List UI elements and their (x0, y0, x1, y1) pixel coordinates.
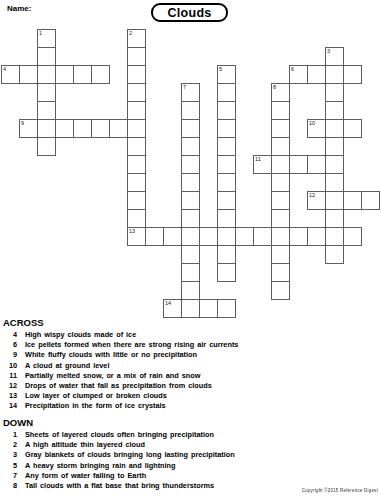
across-header: ACROSS (3, 316, 379, 329)
grid-cell-r11c17 (307, 227, 326, 246)
clue-text: Low layer of clumped or broken clouds (25, 391, 167, 401)
grid-cell-r3c12 (217, 83, 236, 102)
clue-across-6: 6Ice pellets formed when there are stron… (3, 340, 379, 350)
clue-number: 4 (3, 330, 25, 340)
clue-list-down: 1Sheets of layered clouds often bringing… (3, 430, 379, 491)
clue-text: A heavy storm bringing rain and lightnin… (25, 461, 175, 471)
grid-cell-r7c10 (181, 155, 200, 174)
grid-cell-r7c16 (289, 155, 308, 174)
grid-cell-r7c7 (127, 155, 146, 174)
grid-cell-r11c14 (253, 227, 272, 246)
cell-number: 6 (291, 66, 294, 73)
clue-text: Partially melted snow, or a mix of rain … (25, 371, 200, 381)
cell-number: 13 (129, 228, 135, 235)
grid-cell-r13c12 (217, 263, 236, 282)
clue-number: 14 (3, 401, 25, 411)
cell-number: 12 (309, 192, 315, 199)
grid-cell-r9c7 (127, 191, 146, 210)
grid-cell-r11c19 (343, 227, 362, 246)
clue-number: 12 (3, 381, 25, 391)
cell-number: 4 (3, 66, 6, 73)
grid-cell-r5c18 (325, 119, 344, 138)
clue-down-3: 3Gray blankets of clouds bringing long l… (3, 450, 379, 460)
grid-cell-r5c1: 9 (19, 119, 38, 138)
clue-text: Any form of water falling to Earth (25, 471, 146, 481)
grid-cell-r7c18 (325, 155, 344, 174)
grid-cell-r5c6 (109, 119, 128, 138)
clue-across-10: 10A cloud at ground level (3, 361, 379, 371)
clue-number: 1 (3, 430, 25, 440)
cell-number: 7 (183, 84, 186, 91)
cell-number: 5 (219, 66, 222, 73)
clue-across-12: 12Drops of water that fall as precipitat… (3, 381, 379, 391)
grid-cell-r5c10 (181, 119, 200, 138)
clue-text: High wispy clouds made of ice (25, 330, 136, 340)
grid-cell-r0c7: 2 (127, 29, 146, 48)
grid-cell-r11c8 (145, 227, 164, 246)
clue-number: 8 (3, 481, 25, 491)
clue-number: 5 (3, 461, 25, 471)
clue-text: Sheets of layered clouds often bringing … (25, 430, 214, 440)
copyright-text: Copyright ©2015 Reference Digest (302, 488, 378, 493)
clue-across-9: 9White fluffy clouds with little or no p… (3, 350, 379, 360)
grid-cell-r13c10 (181, 263, 200, 282)
grid-cell-r10c12 (217, 209, 236, 228)
grid-cell-r11c10 (181, 227, 200, 246)
clue-number: 10 (3, 361, 25, 371)
down-header: DOWN (3, 416, 379, 429)
grid-cell-r3c10: 7 (181, 83, 200, 102)
grid-cell-r11c15 (271, 227, 290, 246)
grid-cell-r2c17 (307, 65, 326, 84)
clue-across-14: 14Precipitation in the form of ice cryst… (3, 401, 379, 411)
clue-number: 3 (3, 450, 25, 460)
grid-cell-r4c15 (271, 101, 290, 120)
grid-cell-r6c2 (37, 137, 56, 156)
grid-cell-r9c19 (343, 191, 362, 210)
grid-cell-r4c10 (181, 101, 200, 120)
grid-cell-r11c16 (289, 227, 308, 246)
grid-cell-r8c18 (325, 173, 344, 192)
grid-cell-r4c2 (37, 101, 56, 120)
cell-number: 14 (165, 300, 171, 307)
grid-cell-r6c10 (181, 137, 200, 156)
grid-cell-r5c3 (55, 119, 74, 138)
grid-cell-r14c10 (181, 281, 200, 300)
grid-cell-r3c18 (325, 83, 344, 102)
grid-cell-r6c18 (325, 137, 344, 156)
grid-cell-r9c20 (361, 191, 380, 210)
grid-cell-r12c12 (217, 245, 236, 264)
grid-cell-r1c18: 3 (325, 47, 344, 66)
clue-number: 9 (3, 350, 25, 360)
grid-cell-r2c19 (343, 65, 362, 84)
grid-cell-r12c15 (271, 245, 290, 264)
grid-cell-r14c15 (271, 281, 290, 300)
down-section: DOWN 1Sheets of layered clouds often bri… (3, 416, 379, 491)
grid-cell-r9c15 (271, 191, 290, 210)
grid-cell-r5c4 (73, 119, 92, 138)
grid-cell-r2c3 (55, 65, 74, 84)
cell-number: 8 (273, 84, 276, 91)
name-label: Name: (7, 4, 31, 13)
grid-cell-r7c12 (217, 155, 236, 174)
clue-down-7: 7Any form of water falling to Earth (3, 471, 379, 481)
grid-cell-r13c15 (271, 263, 290, 282)
grid-cell-r11c18 (325, 227, 344, 246)
grid-cell-r2c2 (37, 65, 56, 84)
grid-cell-r10c15 (271, 209, 290, 228)
grid-cell-r3c7 (127, 83, 146, 102)
grid-cell-r5c2 (37, 119, 56, 138)
grid-cell-r5c5 (91, 119, 110, 138)
clue-text: Drops of water that fall as precipitatio… (25, 381, 212, 391)
grid-cell-r11c11 (199, 227, 218, 246)
title-box: Clouds (151, 3, 228, 22)
grid-cell-r12c18 (325, 245, 344, 264)
clue-text: A high altitude thin layered cloud (25, 440, 145, 450)
grid-cell-r2c1 (19, 65, 38, 84)
grid-cell-r2c12: 5 (217, 65, 236, 84)
grid-cell-r6c12 (217, 137, 236, 156)
grid-cell-r4c7 (127, 101, 146, 120)
grid-cell-r7c14: 11 (253, 155, 272, 174)
grid-cell-r4c12 (217, 101, 236, 120)
grid-cell-r6c15 (271, 137, 290, 156)
grid-cell-r9c10 (181, 191, 200, 210)
clue-text: White fluffy clouds with little or no pr… (25, 350, 197, 360)
clue-across-13: 13Low layer of clumped or broken clouds (3, 391, 379, 401)
grid-cell-r11c12 (217, 227, 236, 246)
grid-cell-r3c2 (37, 83, 56, 102)
grid-cell-r2c7 (127, 65, 146, 84)
grid-cell-r8c10 (181, 173, 200, 192)
grid-cell-r2c18 (325, 65, 344, 84)
cell-number: 2 (129, 30, 132, 37)
clue-across-11: 11Partially melted snow, or a mix of rai… (3, 371, 379, 381)
clue-text: A cloud at ground level (25, 361, 109, 371)
grid-cell-r11c7: 13 (127, 227, 146, 246)
grid-cell-r5c19 (343, 119, 362, 138)
clue-list-across: 4High wispy clouds made of ice6Ice pelle… (3, 330, 379, 412)
clue-down-5: 5A heavy storm bringing rain and lightni… (3, 461, 379, 471)
grid-cell-r10c10 (181, 209, 200, 228)
cell-number: 1 (39, 30, 42, 37)
grid-cell-r4c18 (325, 101, 344, 120)
clue-number: 7 (3, 471, 25, 481)
grid-cell-r1c7 (127, 47, 146, 66)
across-section: ACROSS 4High wispy clouds made of ice6Ic… (3, 316, 379, 412)
clue-number: 6 (3, 340, 25, 350)
grid-cell-r2c16: 6 (289, 65, 308, 84)
clue-text: Precipitation in the form of ice crystal… (25, 401, 166, 411)
cell-number: 3 (327, 48, 330, 55)
grid-cell-r10c18 (325, 209, 344, 228)
clue-text: Tall clouds with a flat base that bring … (25, 481, 214, 491)
grid-cell-r1c2 (37, 47, 56, 66)
grid-cell-r10c7 (127, 209, 146, 228)
grid-cell-r0c2: 1 (37, 29, 56, 48)
clue-across-4: 4High wispy clouds made of ice (3, 330, 379, 340)
grid-cell-r7c17 (307, 155, 326, 174)
page-title: Clouds (167, 6, 211, 20)
clue-text: Gray blankets of clouds bringing long la… (25, 450, 235, 460)
grid-cell-r5c7 (127, 119, 146, 138)
clue-number: 13 (3, 391, 25, 401)
grid-cell-r2c5 (91, 65, 110, 84)
clue-down-1: 1Sheets of layered clouds often bringing… (3, 430, 379, 440)
grid-cell-r6c7 (127, 137, 146, 156)
clue-number: 2 (3, 440, 25, 450)
grid-cell-r5c15 (271, 119, 290, 138)
grid-cell-r11c9 (163, 227, 182, 246)
grid-cell-r12c10 (181, 245, 200, 264)
grid-cell-r8c12 (217, 173, 236, 192)
grid-cell-r2c4 (73, 65, 92, 84)
grid-cell-r11c13 (235, 227, 254, 246)
grid-cell-r9c17: 12 (307, 191, 326, 210)
grid-cell-r2c0: 4 (1, 65, 20, 84)
grid-cell-r8c15 (271, 173, 290, 192)
grid-cell-r5c12 (217, 119, 236, 138)
grid-cell-r8c7 (127, 173, 146, 192)
grid-cell-r9c18 (325, 191, 344, 210)
cell-number: 11 (255, 156, 261, 163)
clue-down-2: 2A high altitude thin layered cloud (3, 440, 379, 450)
grid-cell-r9c12 (217, 191, 236, 210)
clue-number: 11 (3, 371, 25, 381)
clue-text: Ice pellets formed when there are strong… (25, 340, 238, 350)
grid-cell-r5c17: 10 (307, 119, 326, 138)
cell-number: 10 (309, 120, 315, 127)
grid-cell-r3c15: 8 (271, 83, 290, 102)
grid-cell-r7c15 (271, 155, 290, 174)
cell-number: 9 (21, 120, 24, 127)
crossword-grid: 1234567891011121314 (1, 29, 380, 318)
